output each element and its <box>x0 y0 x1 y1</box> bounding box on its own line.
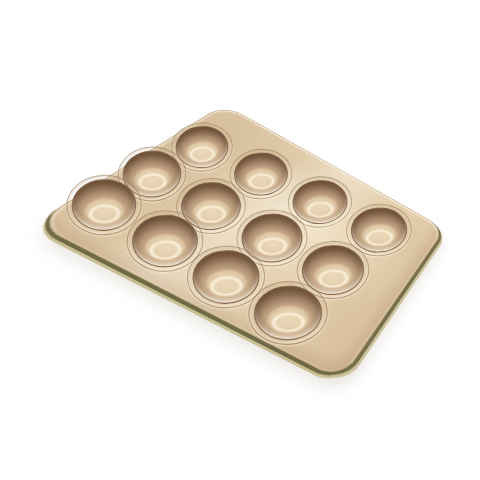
muffin-cup-cavity <box>233 151 289 197</box>
muffin-cup-cavity <box>291 179 348 226</box>
muffin-cup-cavity <box>131 213 200 269</box>
muffin-cup-cavity <box>252 284 323 342</box>
muffin-cup-cavity <box>70 177 137 232</box>
product-photo <box>0 0 480 480</box>
muffin-cup-cavity <box>191 248 261 305</box>
muffin-cup-cavity <box>350 206 409 254</box>
